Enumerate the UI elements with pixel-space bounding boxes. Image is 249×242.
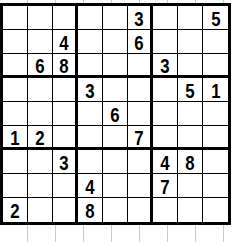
given-digit: 2 [35, 126, 44, 148]
given-digit: 6 [35, 54, 44, 76]
cell-r6c2[interactable]: 2 [28, 126, 53, 150]
given-digit: 3 [85, 79, 94, 101]
cell-r9c2[interactable] [28, 198, 53, 222]
cell-r4c3[interactable] [53, 78, 78, 102]
cell-r3c4[interactable] [78, 54, 103, 78]
cell-r5c7[interactable] [153, 102, 178, 126]
cell-r5c2[interactable] [28, 102, 53, 126]
given-digit: 4 [160, 151, 169, 173]
cell-r5c5[interactable]: 6 [103, 102, 128, 126]
cell-r1c5[interactable] [103, 6, 128, 30]
cell-r8c5[interactable] [103, 174, 128, 198]
cell-r7c8[interactable]: 8 [178, 150, 203, 174]
cell-r7c1[interactable] [3, 150, 28, 174]
cell-r1c8[interactable] [178, 6, 203, 30]
cell-r7c9[interactable] [203, 150, 228, 174]
cell-r9c1[interactable]: 2 [3, 198, 28, 222]
cell-r5c1[interactable] [3, 102, 28, 126]
cell-r2c2[interactable] [28, 30, 53, 54]
cell-r6c6[interactable]: 7 [128, 126, 153, 150]
cell-r6c7[interactable] [153, 126, 178, 150]
cell-r8c9[interactable] [203, 174, 228, 198]
given-digit: 4 [59, 31, 68, 53]
cell-r2c4[interactable] [78, 30, 103, 54]
cell-r2c3[interactable]: 4 [53, 30, 78, 54]
cell-r6c3[interactable] [53, 126, 78, 150]
cell-r9c9[interactable] [203, 198, 228, 222]
cell-r6c8[interactable] [178, 126, 203, 150]
given-digit: 8 [85, 199, 94, 221]
cell-r9c5[interactable] [103, 198, 128, 222]
cell-r2c8[interactable] [178, 30, 203, 54]
cell-r8c6[interactable] [128, 174, 153, 198]
given-digit: 8 [59, 54, 68, 76]
cell-r5c9[interactable] [203, 102, 228, 126]
cell-r2c1[interactable] [3, 30, 28, 54]
cell-r4c9[interactable]: 1 [203, 78, 228, 102]
cell-r3c3[interactable]: 8 [53, 54, 78, 78]
cell-r3c2[interactable]: 6 [28, 54, 53, 78]
cell-r5c6[interactable] [128, 102, 153, 126]
given-digit: 3 [160, 54, 169, 76]
cell-r1c3[interactable] [53, 6, 78, 30]
cell-r6c9[interactable] [203, 126, 228, 150]
given-digit: 7 [160, 175, 169, 197]
cell-r9c3[interactable] [53, 198, 78, 222]
cell-r5c8[interactable] [178, 102, 203, 126]
cell-r7c3[interactable]: 3 [53, 150, 78, 174]
cell-r3c7[interactable]: 3 [153, 54, 178, 78]
cell-r8c3[interactable] [53, 174, 78, 198]
sudoku-board: 354668335161273484728 [0, 3, 231, 225]
cell-r7c7[interactable]: 4 [153, 150, 178, 174]
cell-r9c4[interactable]: 8 [78, 198, 103, 222]
given-digit: 3 [59, 151, 68, 173]
cell-r9c7[interactable] [153, 198, 178, 222]
cell-r4c8[interactable]: 5 [178, 78, 203, 102]
cell-r5c3[interactable] [53, 102, 78, 126]
cell-r6c1[interactable]: 1 [3, 126, 28, 150]
cell-r1c2[interactable] [28, 6, 53, 30]
cell-r4c7[interactable] [153, 78, 178, 102]
cell-r9c6[interactable] [128, 198, 153, 222]
cell-r2c5[interactable] [103, 30, 128, 54]
cell-r2c6[interactable]: 6 [128, 30, 153, 54]
cell-r1c6[interactable]: 3 [128, 6, 153, 30]
cell-r1c9[interactable]: 5 [203, 6, 228, 30]
given-digit: 8 [185, 151, 194, 173]
given-digit: 4 [85, 175, 94, 197]
cell-r4c2[interactable] [28, 78, 53, 102]
cell-r1c7[interactable] [153, 6, 178, 30]
cell-r4c1[interactable] [3, 78, 28, 102]
cell-r8c1[interactable] [3, 174, 28, 198]
given-digit: 6 [134, 31, 143, 53]
cell-r8c2[interactable] [28, 174, 53, 198]
cell-r4c6[interactable] [128, 78, 153, 102]
cell-r4c4[interactable]: 3 [78, 78, 103, 102]
given-digit: 1 [10, 126, 19, 148]
given-digit: 3 [134, 7, 143, 29]
cell-r7c6[interactable] [128, 150, 153, 174]
cell-r3c5[interactable] [103, 54, 128, 78]
cell-r1c4[interactable] [78, 6, 103, 30]
cell-r3c6[interactable] [128, 54, 153, 78]
cell-r9c8[interactable] [178, 198, 203, 222]
given-digit: 5 [185, 79, 194, 101]
given-digit: 6 [110, 103, 119, 125]
given-digit: 5 [211, 7, 220, 29]
cell-r7c4[interactable] [78, 150, 103, 174]
given-digit: 1 [211, 79, 220, 101]
cell-r8c7[interactable]: 7 [153, 174, 178, 198]
cell-r7c2[interactable] [28, 150, 53, 174]
cell-r1c1[interactable] [3, 6, 28, 30]
given-digit: 7 [134, 126, 143, 148]
cell-r6c4[interactable] [78, 126, 103, 150]
cell-r3c9[interactable] [203, 54, 228, 78]
spreadsheet-background: 354668335161273484728 [0, 0, 249, 242]
cell-r6c5[interactable] [103, 126, 128, 150]
cell-r2c9[interactable] [203, 30, 228, 54]
cell-r2c7[interactable] [153, 30, 178, 54]
cell-r5c4[interactable] [78, 102, 103, 126]
given-digit: 2 [10, 199, 19, 221]
cell-r8c4[interactable]: 4 [78, 174, 103, 198]
cell-r3c1[interactable] [3, 54, 28, 78]
cell-r8c8[interactable] [178, 174, 203, 198]
cell-r3c8[interactable] [178, 54, 203, 78]
cell-r7c5[interactable] [103, 150, 128, 174]
cell-r4c5[interactable] [103, 78, 128, 102]
